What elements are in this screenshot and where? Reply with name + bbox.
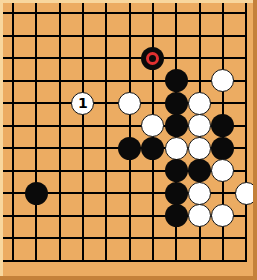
go-board[interactable]: 1 [0,0,257,280]
black-stone[interactable] [118,137,141,160]
black-stone[interactable] [141,137,164,160]
black-stone[interactable] [188,159,211,182]
black-stone[interactable] [165,92,188,115]
board-border-left [0,0,3,280]
white-stone[interactable] [211,204,234,227]
black-stone[interactable] [165,69,188,92]
grid-vertical-line [105,3,107,262]
white-stone[interactable]: 1 [71,92,94,115]
grid-vertical-line [129,3,131,262]
black-stone[interactable] [211,137,234,160]
grid-horizontal-line [3,237,247,239]
grid-horizontal-line [3,260,247,262]
grid-horizontal-line [3,35,247,37]
black-stone[interactable] [165,182,188,205]
white-stone[interactable] [211,159,234,182]
white-stone[interactable] [188,137,211,160]
red-circle-marker [146,52,159,65]
white-stone[interactable] [188,92,211,115]
grid-horizontal-line [3,57,247,59]
black-stone[interactable] [211,114,234,137]
grid-vertical-line [35,3,37,262]
grid-vertical-line [245,3,247,262]
black-stone[interactable] [165,204,188,227]
white-stone[interactable] [188,204,211,227]
grid-horizontal-line [3,12,247,14]
black-stone[interactable] [165,159,188,182]
grid-vertical-line [59,3,61,262]
black-stone[interactable] [25,182,48,205]
white-stone[interactable] [211,69,234,92]
move-number-label: 1 [78,96,88,110]
board-border-bottom [0,276,257,280]
grid-vertical-line [82,3,84,262]
white-stone[interactable] [165,137,188,160]
white-stone[interactable] [141,114,164,137]
black-stone[interactable] [141,47,164,70]
board-border-right [253,0,257,280]
board-border-top [0,0,257,3]
white-stone[interactable] [188,114,211,137]
grid-vertical-line [12,3,14,262]
white-stone[interactable] [118,92,141,115]
white-stone[interactable] [188,182,211,205]
black-stone[interactable] [165,114,188,137]
